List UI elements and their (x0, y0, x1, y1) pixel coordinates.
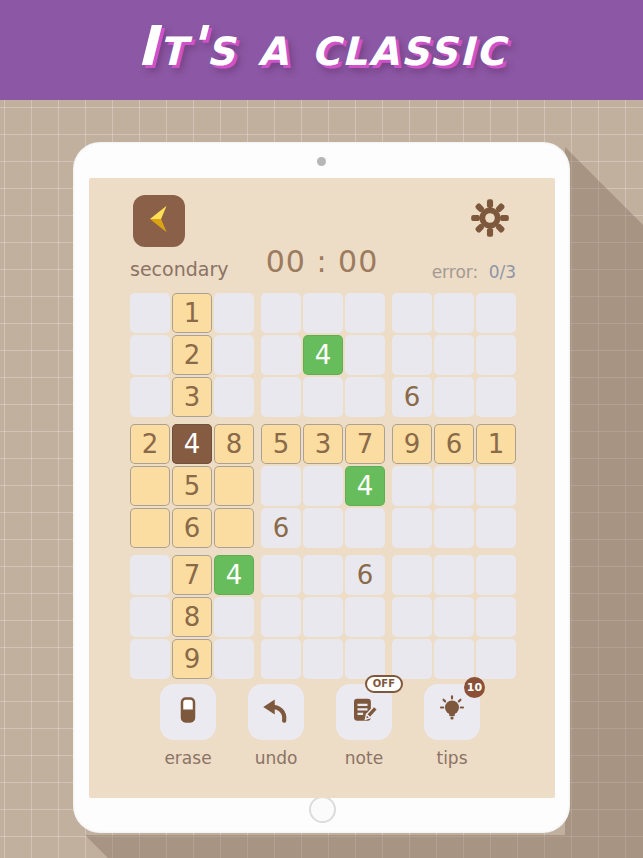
cell-r1c9[interactable] (476, 293, 516, 333)
cell-r5c2[interactable]: 5 (172, 466, 212, 506)
cell-r8c3[interactable] (214, 597, 254, 637)
sudoku-box-8: 6 (261, 555, 385, 679)
camera-dot (317, 157, 326, 166)
cell-r7c3[interactable]: 4 (214, 555, 254, 595)
cell-r1c2[interactable]: 1 (172, 293, 212, 333)
cell-r2c8[interactable] (434, 335, 474, 375)
error-label: error: (432, 262, 479, 282)
cell-r2c6[interactable] (345, 335, 385, 375)
cell-r1c5[interactable] (303, 293, 343, 333)
cell-r9c7[interactable] (392, 639, 432, 679)
sudoku-box-1: 123 (130, 293, 254, 417)
cell-r5c7[interactable] (392, 466, 432, 506)
cell-r7c1[interactable] (130, 555, 170, 595)
cell-r9c9[interactable] (476, 639, 516, 679)
cell-r8c4[interactable] (261, 597, 301, 637)
cell-r7c2[interactable]: 7 (172, 555, 212, 595)
sudoku-grid: 12346248565374696174896 (130, 293, 516, 679)
tool-erase: erase (160, 684, 216, 768)
header-banner: It's a classic (0, 0, 643, 100)
cell-r3c4[interactable] (261, 377, 301, 417)
cell-r8c9[interactable] (476, 597, 516, 637)
cell-r5c6[interactable]: 4 (345, 466, 385, 506)
cell-r7c7[interactable] (392, 555, 432, 595)
cell-r2c7[interactable] (392, 335, 432, 375)
cell-r5c8[interactable] (434, 466, 474, 506)
erase-button[interactable] (160, 684, 216, 740)
undo-button[interactable] (248, 684, 304, 740)
cell-r2c3[interactable] (214, 335, 254, 375)
erase-label: erase (164, 748, 211, 768)
cell-r8c8[interactable] (434, 597, 474, 637)
cell-r4c7[interactable]: 9 (392, 424, 432, 464)
cell-r8c5[interactable] (303, 597, 343, 637)
page: It's a classic (0, 0, 643, 858)
cell-r3c8[interactable] (434, 377, 474, 417)
sudoku-box-9 (392, 555, 516, 679)
cell-r1c4[interactable] (261, 293, 301, 333)
cell-r4c2[interactable]: 4 (172, 424, 212, 464)
sudoku-box-4: 24856 (130, 424, 254, 548)
cell-r9c3[interactable] (214, 639, 254, 679)
cell-r8c2[interactable]: 8 (172, 597, 212, 637)
cell-r5c5[interactable] (303, 466, 343, 506)
sudoku-box-5: 53746 (261, 424, 385, 548)
undo-label: undo (255, 748, 298, 768)
cell-r9c2[interactable]: 9 (172, 639, 212, 679)
cell-r8c7[interactable] (392, 597, 432, 637)
home-button[interactable] (309, 796, 336, 823)
cell-r4c3[interactable]: 8 (214, 424, 254, 464)
cell-r3c2[interactable]: 3 (172, 377, 212, 417)
cell-r1c7[interactable] (392, 293, 432, 333)
cell-r1c1[interactable] (130, 293, 170, 333)
error-counter: error: 0/3 (432, 262, 516, 282)
cell-r5c4[interactable] (261, 466, 301, 506)
undo-icon (261, 695, 291, 729)
sudoku-box-6: 961 (392, 424, 516, 548)
note-button[interactable]: OFF (336, 684, 392, 740)
settings-gear-icon[interactable] (469, 197, 511, 239)
cell-r7c5[interactable] (303, 555, 343, 595)
app-screen: secondary 00 : 00 error: 0/3 12346248565… (89, 178, 555, 798)
cell-r3c9[interactable] (476, 377, 516, 417)
cell-r3c1[interactable] (130, 377, 170, 417)
cell-r4c6[interactable]: 7 (345, 424, 385, 464)
bulb-icon (437, 695, 467, 729)
tool-tips: 10 (424, 684, 480, 768)
cell-r2c2[interactable]: 2 (172, 335, 212, 375)
tips-label: tips (436, 748, 467, 768)
cell-r9c6[interactable] (345, 639, 385, 679)
cell-r5c1[interactable] (130, 466, 170, 506)
cell-r3c7[interactable]: 6 (392, 377, 432, 417)
cell-r6c8[interactable] (434, 508, 474, 548)
tips-count-badge: 10 (464, 677, 485, 698)
tool-note: OFF (336, 684, 392, 768)
cell-r6c5[interactable] (303, 508, 343, 548)
cell-r2c4[interactable] (261, 335, 301, 375)
sudoku-box-2: 4 (261, 293, 385, 417)
tips-button[interactable]: 10 (424, 684, 480, 740)
toolbar: erase undo OFF (160, 684, 480, 768)
note-off-badge: OFF (365, 675, 403, 693)
cell-r3c5[interactable] (303, 377, 343, 417)
cell-r6c4[interactable]: 6 (261, 508, 301, 548)
eraser-icon (173, 695, 203, 729)
cell-r5c9[interactable] (476, 466, 516, 506)
cell-r4c8[interactable]: 6 (434, 424, 474, 464)
cell-r3c6[interactable] (345, 377, 385, 417)
cell-r7c9[interactable] (476, 555, 516, 595)
back-button[interactable] (133, 195, 185, 247)
note-label: note (345, 748, 383, 768)
cell-r4c5[interactable]: 3 (303, 424, 343, 464)
banner-title: It's a classic (137, 14, 507, 86)
tool-undo: undo (248, 684, 304, 768)
cell-r4c4[interactable]: 5 (261, 424, 301, 464)
cell-r1c3[interactable] (214, 293, 254, 333)
cell-r6c6[interactable] (345, 508, 385, 548)
cell-r7c4[interactable] (261, 555, 301, 595)
cell-r7c8[interactable] (434, 555, 474, 595)
cell-r7c6[interactable]: 6 (345, 555, 385, 595)
cell-r4c9[interactable]: 1 (476, 424, 516, 464)
cell-r8c1[interactable] (130, 597, 170, 637)
cell-r6c3[interactable] (214, 508, 254, 548)
cell-r2c9[interactable] (476, 335, 516, 375)
cell-r1c8[interactable] (434, 293, 474, 333)
cell-r5c3[interactable] (214, 466, 254, 506)
sudoku-box-3: 6 (392, 293, 516, 417)
back-arrow-icon (141, 201, 177, 241)
tablet-frame: secondary 00 : 00 error: 0/3 12346248565… (73, 142, 570, 833)
cell-r9c4[interactable] (261, 639, 301, 679)
cell-r4c1[interactable]: 2 (130, 424, 170, 464)
cell-r9c1[interactable] (130, 639, 170, 679)
cell-r2c5[interactable]: 4 (303, 335, 343, 375)
cell-r9c8[interactable] (434, 639, 474, 679)
note-icon (349, 695, 379, 729)
cell-r1c6[interactable] (345, 293, 385, 333)
cell-r6c1[interactable] (130, 508, 170, 548)
cell-r9c5[interactable] (303, 639, 343, 679)
cell-r8c6[interactable] (345, 597, 385, 637)
error-value: 0/3 (489, 262, 516, 282)
cell-r2c1[interactable] (130, 335, 170, 375)
sudoku-box-7: 7489 (130, 555, 254, 679)
cell-r6c7[interactable] (392, 508, 432, 548)
cell-r6c9[interactable] (476, 508, 516, 548)
cell-r6c2[interactable]: 6 (172, 508, 212, 548)
cell-r3c3[interactable] (214, 377, 254, 417)
